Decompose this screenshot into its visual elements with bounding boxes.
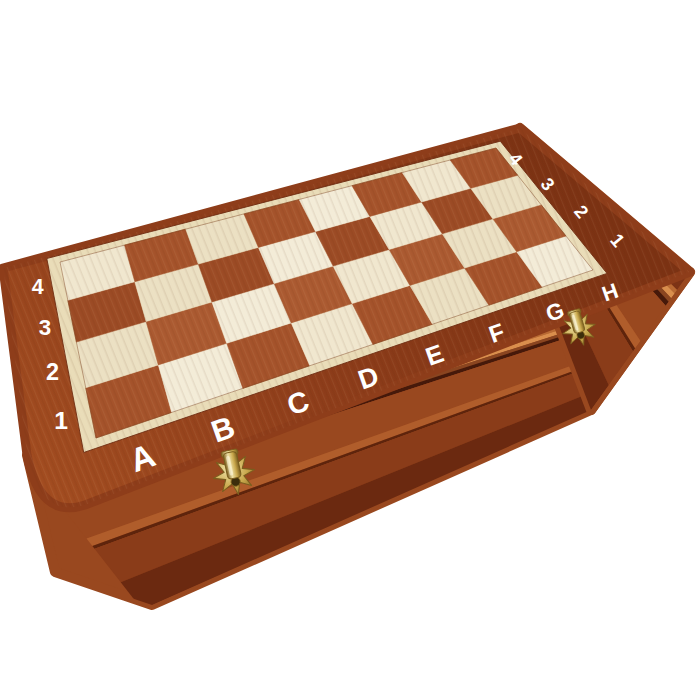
folded-chessboard-photo: ABCDEFGH12341234 bbox=[0, 0, 700, 700]
rank-label-left-2: 2 bbox=[46, 359, 59, 385]
rank-label-left-1: 1 bbox=[54, 407, 68, 434]
rank-label-left-4: 4 bbox=[32, 275, 44, 299]
rank-label-left-3: 3 bbox=[39, 315, 51, 340]
product-photo: ABCDEFGH12341234 bbox=[0, 0, 700, 700]
